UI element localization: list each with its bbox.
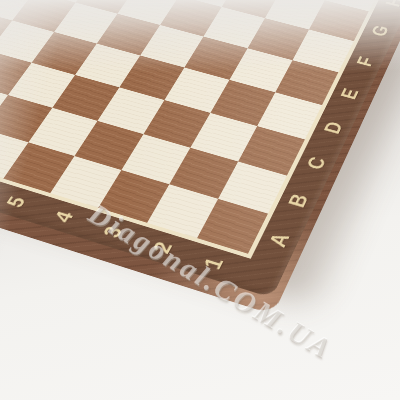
rank-label-4: 4: [49, 208, 79, 225]
chess-board: ABCDEFGH 12345678: [0, 0, 400, 298]
file-label-e: E: [336, 86, 364, 101]
file-label-h: H: [381, 0, 400, 9]
board-surface: ABCDEFGH 12345678: [0, 0, 400, 298]
file-label-g: G: [367, 23, 394, 38]
file-label-b: B: [283, 191, 313, 210]
product-photo-background: ABCDEFGH 12345678 Diagonal.COM.UA: [0, 0, 400, 400]
file-label-c: C: [302, 154, 331, 172]
file-label-d: D: [319, 119, 348, 136]
file-label-a: A: [264, 230, 295, 250]
file-label-f: F: [352, 55, 379, 69]
rank-label-5: 5: [1, 194, 30, 210]
